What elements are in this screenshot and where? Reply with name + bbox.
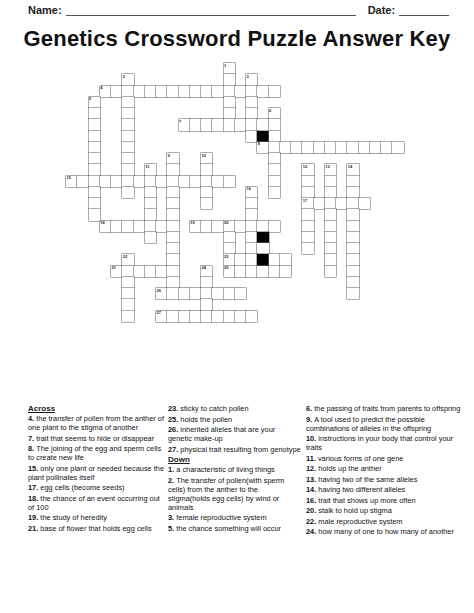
grid-cell xyxy=(246,86,257,97)
grid-cell xyxy=(89,108,100,119)
grid-cell xyxy=(156,266,167,277)
grid-cell xyxy=(122,108,133,119)
grid-cell xyxy=(201,198,212,209)
grid-cell xyxy=(167,209,178,220)
clue-number: 27 xyxy=(157,310,161,315)
grid-cell xyxy=(224,232,235,243)
grid-cell xyxy=(347,288,358,299)
black-cell xyxy=(257,254,268,265)
grid-cell xyxy=(134,86,145,97)
grid-cell: 17 xyxy=(302,198,313,209)
name-blank-line xyxy=(66,4,356,16)
clue-item: 22. male reproductive system xyxy=(306,517,466,526)
grid-cell xyxy=(325,266,336,277)
grid-cell xyxy=(122,266,133,277)
grid-cell xyxy=(122,164,133,175)
grid-cell xyxy=(145,86,156,97)
grid-cell xyxy=(89,209,100,220)
grid-cell xyxy=(122,277,133,288)
clue-item: 4. the transfer of pollen from the anthe… xyxy=(28,414,168,432)
clue-item: 11. various forms of one gene xyxy=(306,454,466,463)
grid-cell xyxy=(156,221,167,232)
grid-cell xyxy=(122,299,133,310)
grid-cell xyxy=(269,164,280,175)
grid-cell xyxy=(122,221,133,232)
grid-cell: 10 xyxy=(201,153,212,164)
grid-cell xyxy=(224,176,235,187)
grid-cell xyxy=(167,311,178,322)
date-blank-line xyxy=(399,4,449,16)
grid-cell xyxy=(224,97,235,108)
grid-cell xyxy=(246,221,257,232)
grid-cell xyxy=(167,254,178,265)
grid-cell: 3 xyxy=(246,74,257,85)
grid-cell xyxy=(257,266,268,277)
grid-cell xyxy=(302,221,313,232)
black-cell xyxy=(257,131,268,142)
grid-cell xyxy=(257,221,268,232)
grid-cell xyxy=(156,86,167,97)
grid-cell: 2 xyxy=(122,74,133,85)
grid-cell xyxy=(325,209,336,220)
grid-cell xyxy=(302,187,313,198)
grid-cell xyxy=(167,176,178,187)
grid-cell xyxy=(347,198,358,209)
grid-cell xyxy=(269,266,280,277)
clue-item: 1. a characteristic of living things xyxy=(168,465,301,474)
grid-cell xyxy=(201,119,212,130)
grid-cell xyxy=(167,164,178,175)
grid-cell xyxy=(122,153,133,164)
clue-number: 2 xyxy=(123,74,125,79)
grid-cell xyxy=(179,176,190,187)
grid-cell xyxy=(224,119,235,130)
clue-number: 8 xyxy=(258,141,260,146)
clue-item: 25. holds the pollen xyxy=(168,415,301,424)
grid-cell xyxy=(122,131,133,142)
clue-item: 10. instructions in your body that contr… xyxy=(306,434,466,452)
clue-number: 14 xyxy=(348,164,352,169)
clue-item: 7. trait that seems to hide or disappear xyxy=(28,434,168,443)
grid-cell xyxy=(325,243,336,254)
grid-cell xyxy=(269,131,280,142)
grid-cell xyxy=(257,86,268,97)
grid-cell xyxy=(190,119,201,130)
grid-cell: 15 xyxy=(66,176,77,187)
grid-cell xyxy=(246,97,257,108)
grid-cell: 5 xyxy=(89,97,100,108)
date-label: Date: xyxy=(368,4,396,16)
grid-cell: 16 xyxy=(246,187,257,198)
grid-cell xyxy=(134,176,145,187)
clue-item: 9. A tool used to predict the possible c… xyxy=(306,415,466,433)
grid-cell xyxy=(212,119,223,130)
grid-cell xyxy=(201,86,212,97)
grid-cell xyxy=(269,187,280,198)
grid-cell xyxy=(190,288,201,299)
grid-cell xyxy=(224,288,235,299)
grid-cell xyxy=(347,187,358,198)
grid-cell xyxy=(167,198,178,209)
grid-cell xyxy=(224,108,235,119)
grid-cell: 21 xyxy=(111,266,122,277)
clue-item: 12. holds up the anther xyxy=(306,464,466,473)
grid-cell xyxy=(269,153,280,164)
grid-cell xyxy=(111,221,122,232)
grid-cell xyxy=(167,266,178,277)
clue-number: 3 xyxy=(247,74,249,79)
grid-cell xyxy=(89,164,100,175)
clue-item: 16. trait that shows up more often xyxy=(306,496,466,505)
grid-cell: 26 xyxy=(156,288,167,299)
grid-cell xyxy=(156,176,167,187)
clue-item: 21. base of flower that holds egg cells xyxy=(28,524,168,533)
grid-cell xyxy=(280,266,291,277)
grid-cell xyxy=(145,176,156,187)
grid-cell xyxy=(224,86,235,97)
grid-cell xyxy=(269,176,280,187)
grid-cell xyxy=(122,311,133,322)
grid-cell xyxy=(212,311,223,322)
grid-cell xyxy=(134,266,145,277)
clue-number: 7 xyxy=(179,119,181,124)
clue-number: 23 xyxy=(224,254,228,259)
grid-cell xyxy=(100,176,111,187)
grid-cell xyxy=(190,311,201,322)
grid-cell xyxy=(89,142,100,153)
clue-item: 8. The joining of the egg and sperm cell… xyxy=(28,444,168,462)
clue-number: 10 xyxy=(202,153,206,158)
worksheet-page: { "header": { "name_label": "Name:", "da… xyxy=(0,0,474,613)
grid-cell: 11 xyxy=(145,164,156,175)
grid-cell xyxy=(359,142,370,153)
clue-number: 19 xyxy=(190,220,194,225)
grid-cell xyxy=(302,142,313,153)
clue-number: 4 xyxy=(100,85,102,90)
clue-number: 20 xyxy=(224,220,228,225)
grid-cell xyxy=(167,232,178,243)
grid-cell xyxy=(224,311,235,322)
grid-cell: 23 xyxy=(224,254,235,265)
grid-cell: 19 xyxy=(190,221,201,232)
clue-item: 2. The transfer of pollen(with sperm cel… xyxy=(168,476,301,512)
clue-item: 19. the study of heredity xyxy=(28,513,168,522)
grid-cell xyxy=(89,119,100,130)
clue-column-3: 6. the passing of traits from parents to… xyxy=(306,404,466,538)
grid-cell xyxy=(246,311,257,322)
clue-number: 16 xyxy=(247,186,251,191)
grid-cell xyxy=(392,142,403,153)
grid-cell xyxy=(167,86,178,97)
clue-number: 24 xyxy=(202,265,206,270)
grid-cell xyxy=(325,176,336,187)
clue-item: 27. physical trait resulting from genoty… xyxy=(168,445,301,454)
grid-cell xyxy=(167,277,178,288)
clue-number: 18 xyxy=(100,220,104,225)
grid-cell xyxy=(89,176,100,187)
grid-cell xyxy=(212,86,223,97)
clue-item: 5. the chance something will occur xyxy=(168,524,301,533)
grid-cell xyxy=(201,187,212,198)
grid-cell xyxy=(179,288,190,299)
clue-item: 20. stalk to hold up stigma xyxy=(306,506,466,515)
name-date-row: Name:Date: xyxy=(28,4,463,16)
grid-cell xyxy=(257,119,268,130)
grid-cell xyxy=(134,221,145,232)
grid-cell xyxy=(325,254,336,265)
grid-cell xyxy=(167,187,178,198)
grid-cell xyxy=(246,266,257,277)
grid-cell xyxy=(145,266,156,277)
grid-cell xyxy=(145,209,156,220)
grid-cell xyxy=(325,221,336,232)
clue-item: 23. sticky to catch pollen xyxy=(168,404,301,413)
grid-cell xyxy=(235,86,246,97)
grid-cell xyxy=(381,142,392,153)
clue-item: 13. having two of the same alleles xyxy=(306,475,466,484)
grid-cell xyxy=(179,311,190,322)
grid-cell xyxy=(347,221,358,232)
grid-cell xyxy=(246,119,257,130)
grid-cell xyxy=(212,221,223,232)
grid-cell xyxy=(246,209,257,220)
grid-cell xyxy=(111,176,122,187)
clue-number: 15 xyxy=(67,175,71,180)
grid-cell xyxy=(235,288,246,299)
grid-cell xyxy=(167,243,178,254)
grid-cell xyxy=(302,232,313,243)
grid-cell xyxy=(190,176,201,187)
grid-cell: 24 xyxy=(201,266,212,277)
grid-cell: 27 xyxy=(156,311,167,322)
grid-cell xyxy=(347,176,358,187)
grid-cell xyxy=(325,187,336,198)
grid-cell xyxy=(246,254,257,265)
clue-column-2: 23. sticky to catch pollen25. holds the … xyxy=(168,404,301,534)
clue-item: 14. having two different alleles xyxy=(306,485,466,494)
grid-cell: 22 xyxy=(122,254,133,265)
grid-cell xyxy=(224,243,235,254)
down-header: Down xyxy=(168,455,301,464)
clue-number: 1 xyxy=(224,63,226,68)
grid-cell xyxy=(269,254,280,265)
grid-cell xyxy=(325,198,336,209)
clue-number: 17 xyxy=(303,198,307,203)
grid-cell: 18 xyxy=(100,221,111,232)
grid-cell xyxy=(280,254,291,265)
grid-cell xyxy=(145,232,156,243)
grid-cell xyxy=(269,119,280,130)
grid-cell xyxy=(122,86,133,97)
grid-cell xyxy=(122,187,133,198)
grid-cell xyxy=(224,74,235,85)
clue-number: 25 xyxy=(224,265,228,270)
grid-cell xyxy=(302,209,313,220)
grid-cell xyxy=(347,142,358,153)
grid-cell: 8 xyxy=(257,142,268,153)
grid-cell xyxy=(212,288,223,299)
grid-cell xyxy=(347,232,358,243)
grid-cell xyxy=(246,198,257,209)
clue-number: 5 xyxy=(89,96,91,101)
clue-item: 3. female reproductive system xyxy=(168,513,301,522)
grid-cell xyxy=(235,119,246,130)
crossword-grid-wrap: 1234567891011121314151617181920222321242… xyxy=(66,63,404,322)
grid-cell xyxy=(122,142,133,153)
grid-cell: 1 xyxy=(224,63,235,74)
grid-cell xyxy=(314,142,325,153)
grid-cell xyxy=(280,142,291,153)
grid-cell xyxy=(325,142,336,153)
grid-cell xyxy=(235,221,246,232)
clue-number: 6 xyxy=(269,108,271,113)
grid-cell xyxy=(302,243,313,254)
grid-cell xyxy=(179,86,190,97)
grid-cell xyxy=(291,142,302,153)
grid-cell xyxy=(347,209,358,220)
grid-cell xyxy=(235,266,246,277)
grid-cell xyxy=(122,288,133,299)
grid-cell xyxy=(122,176,133,187)
grid-cell xyxy=(145,221,156,232)
black-cell xyxy=(257,232,268,243)
clue-item: 15. only one plant or needed because the… xyxy=(28,464,168,482)
grid-cell xyxy=(89,131,100,142)
clue-item: 6. the passing of traits from parents to… xyxy=(306,404,466,413)
grid-cell: 9 xyxy=(167,153,178,164)
clue-column-1: Across4. the transfer of pollen from the… xyxy=(28,404,168,534)
clue-item: 26. inherited alleles that are your gene… xyxy=(168,425,301,443)
grid-cell: 7 xyxy=(179,119,190,130)
grid-cell xyxy=(370,142,381,153)
grid-cell xyxy=(246,108,257,119)
grid-cell: 4 xyxy=(100,86,111,97)
grid-cell xyxy=(201,221,212,232)
grid-cell xyxy=(201,176,212,187)
name-label: Name: xyxy=(28,4,62,16)
grid-cell xyxy=(167,288,178,299)
grid-cell xyxy=(347,266,358,277)
grid-cell xyxy=(89,153,100,164)
grid-cell xyxy=(190,86,201,97)
grid-cell xyxy=(201,311,212,322)
clue-item: 24. how many of one to how many of anoth… xyxy=(306,527,466,536)
grid-cell: 13 xyxy=(325,164,336,175)
grid-cell xyxy=(167,221,178,232)
grid-cell xyxy=(302,176,313,187)
grid-cell xyxy=(257,243,268,254)
grid-cell xyxy=(347,243,358,254)
grid-cell xyxy=(325,232,336,243)
clue-number: 11 xyxy=(145,164,149,169)
clue-number: 26 xyxy=(157,288,161,293)
clue-number: 22 xyxy=(123,254,127,259)
grid-cell xyxy=(246,232,257,243)
grid-cell xyxy=(201,277,212,288)
grid-cell: 12 xyxy=(302,164,313,175)
grid-cell: 14 xyxy=(347,164,358,175)
grid-cell: 25 xyxy=(224,266,235,277)
grid-cell xyxy=(212,176,223,187)
grid-cell xyxy=(201,288,212,299)
grid-cell xyxy=(336,198,347,209)
grid-cell xyxy=(77,176,88,187)
grid-cell xyxy=(347,254,358,265)
grid-cell xyxy=(269,86,280,97)
grid-cell xyxy=(201,299,212,310)
grid-cell: 20 xyxy=(224,221,235,232)
grid-cell xyxy=(89,187,100,198)
grid-cell xyxy=(269,221,280,232)
page-title: Genetics Crossword Puzzle Answer Key xyxy=(0,26,474,52)
grid-cell xyxy=(145,198,156,209)
grid-cell xyxy=(336,142,347,153)
grid-cell xyxy=(314,198,325,209)
clue-item: 18. the chance of an event occurring out… xyxy=(28,494,168,512)
grid-cell xyxy=(122,97,133,108)
across-header: Across xyxy=(28,404,168,413)
grid-cell xyxy=(246,131,257,142)
grid-cell: 6 xyxy=(269,108,280,119)
grid-cell xyxy=(359,198,370,209)
grid-cell xyxy=(201,164,212,175)
clue-number: 12 xyxy=(303,164,307,169)
clue-number: 9 xyxy=(168,153,170,158)
grid-cell xyxy=(89,198,100,209)
grid-cell xyxy=(269,142,280,153)
grid-cell xyxy=(145,187,156,198)
clue-item: 17. egg cells (become seeds) xyxy=(28,483,168,492)
grid-cell xyxy=(111,86,122,97)
clue-number: 13 xyxy=(325,164,329,169)
grid-cell xyxy=(246,243,257,254)
crossword-grid: 1234567891011121314151617181920222321242… xyxy=(66,63,404,322)
grid-cell xyxy=(235,311,246,322)
grid-cell xyxy=(122,119,133,130)
clue-number: 21 xyxy=(112,265,116,270)
grid-cell xyxy=(347,277,358,288)
grid-cell xyxy=(235,254,246,265)
